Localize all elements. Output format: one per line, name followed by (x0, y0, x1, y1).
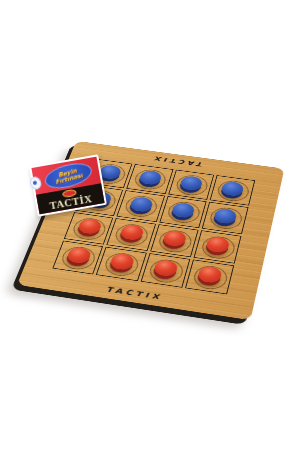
cell-r2c4[interactable] (202, 202, 249, 234)
cell-r4c4[interactable] (185, 259, 234, 294)
cell-r4c2[interactable] (96, 247, 146, 281)
cell-r2c2[interactable] (117, 190, 165, 221)
cell-r2c3[interactable] (159, 196, 206, 228)
cell-r1c3[interactable] (168, 170, 214, 200)
round-sticker-icon (28, 175, 43, 191)
cell-r3c4[interactable] (193, 230, 241, 263)
cell-r1c4[interactable] (209, 175, 255, 206)
product-photo-stage: TACTIX TACTIX Beyin Fırtınası TACTİX (0, 0, 300, 450)
cell-r4c1[interactable] (52, 240, 103, 274)
cell-r1c2[interactable] (126, 164, 173, 194)
cell-r4c3[interactable] (140, 253, 190, 288)
cell-r3c2[interactable] (107, 218, 156, 251)
cell-r3c1[interactable] (64, 212, 114, 244)
cell-r3c3[interactable] (150, 224, 199, 257)
